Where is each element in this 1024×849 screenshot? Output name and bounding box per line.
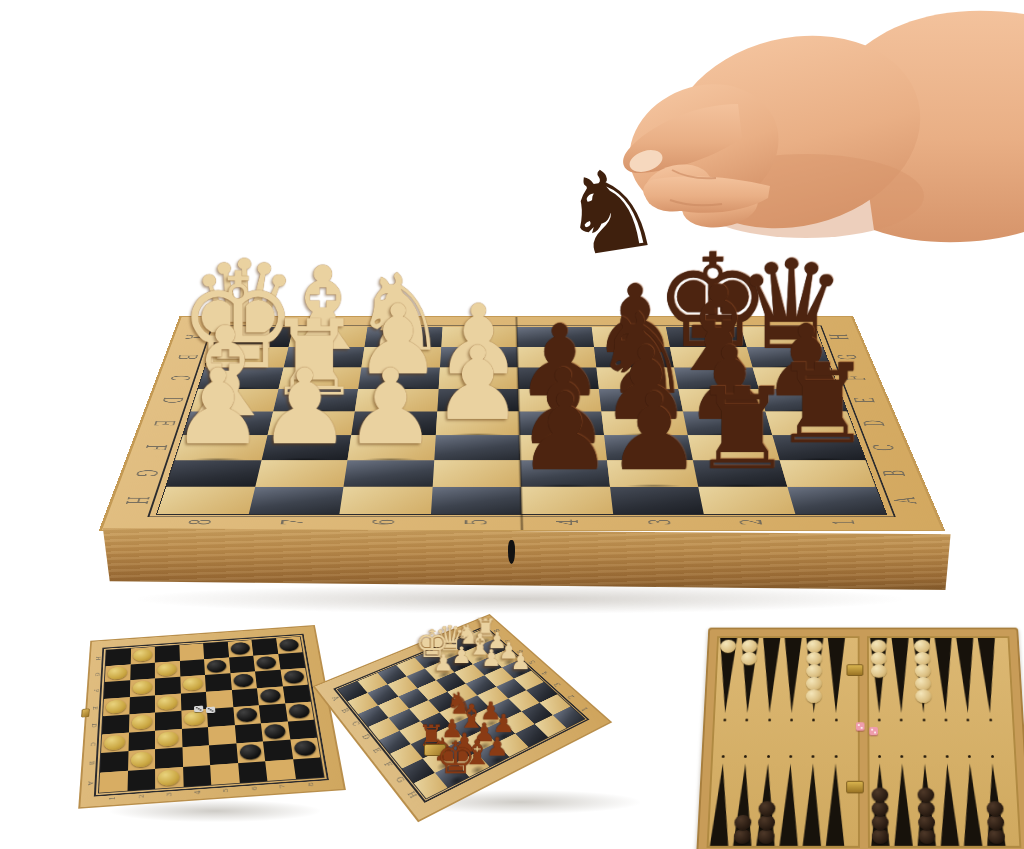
checker-piece-black	[256, 656, 277, 670]
board-front-rim	[96, 528, 954, 590]
board-square	[265, 759, 295, 781]
point-dot	[812, 755, 815, 758]
point-dot	[789, 755, 792, 758]
backgammon-point	[709, 764, 733, 846]
board-square	[103, 697, 129, 716]
board-square	[263, 740, 293, 761]
piece-shadow	[443, 651, 460, 661]
board-square	[765, 412, 856, 436]
backgammon-thumbnail	[696, 612, 1012, 838]
piece-shadow	[450, 713, 468, 725]
backgammon-checker-light	[806, 689, 822, 703]
coordinate-label: F	[840, 376, 872, 381]
board-square	[278, 652, 305, 670]
coordinate-label: 2	[565, 694, 575, 700]
board-square	[508, 690, 539, 711]
point-dot	[790, 719, 793, 722]
board-square: ♝	[283, 347, 364, 368]
chess-piece-light-pawn: ♟	[433, 651, 454, 674]
checker-piece-yellow	[183, 677, 203, 691]
main-chess-board: ♛♝♞♟♚♛♚♟♟♝♜♟♞♟♝♟♟♟♟♟♟♟♜♟♟♜87654321HGFEDC…	[102, 317, 942, 530]
coordinate-label: 8	[492, 628, 502, 633]
board-square	[428, 692, 459, 713]
piece-shadow	[537, 484, 594, 488]
backgammon-half	[707, 636, 860, 848]
hand-holding-knight: ♞	[552, 0, 1024, 285]
board-square: ♟	[518, 389, 601, 412]
board-square	[355, 389, 438, 412]
board-square	[526, 682, 557, 702]
brass-clasp	[81, 708, 90, 717]
chess-piece-light-bishop: ♝	[466, 629, 492, 658]
chess-piece-light-pawn: ♟	[451, 643, 471, 666]
backgammon-checker-light	[806, 664, 822, 677]
board-square	[259, 703, 287, 723]
board-square	[157, 487, 255, 515]
board-square	[181, 709, 208, 729]
coordinate-label: A	[86, 781, 95, 786]
checker-piece-black	[293, 740, 317, 756]
piece-shadow	[688, 365, 739, 368]
backgammon-point	[890, 638, 911, 713]
checker-piece-black	[230, 642, 250, 655]
chess-piece-light-pawn: ♟	[355, 291, 442, 388]
board-square: ♟	[175, 435, 267, 460]
board-square: ♟	[520, 460, 609, 486]
piece-shadow	[212, 387, 264, 390]
checker-piece-black	[239, 744, 262, 761]
coordinate-label: B	[172, 355, 203, 360]
checkers-thumbnail: 12345678ABCDEFGH	[88, 600, 338, 840]
piece-shadow	[702, 433, 757, 436]
coordinate-label: 2	[733, 519, 769, 525]
chess-piece-light-pawn: ♟	[481, 647, 501, 670]
board-square	[180, 692, 206, 711]
board-square	[209, 744, 238, 765]
chess-piece-dark-pawn: ♟	[600, 332, 691, 434]
checker-piece-yellow	[131, 751, 152, 768]
board-square: ♞	[361, 347, 440, 368]
board-square	[183, 765, 212, 787]
point-dot	[812, 719, 815, 722]
backgammon-checker-dark	[918, 815, 935, 830]
board-square	[155, 747, 183, 768]
chess-piece-dark-pawn: ♟	[606, 378, 702, 485]
piece-shadow	[424, 658, 441, 668]
board-square	[101, 732, 128, 753]
board-square: ♝	[674, 367, 758, 389]
coordinate-label: B	[339, 707, 350, 714]
board-square	[519, 412, 604, 436]
backgammon-checker-dark	[917, 788, 934, 803]
coordinate-label: B	[876, 470, 912, 476]
board-square	[466, 675, 496, 695]
backgammon-point	[977, 638, 1000, 713]
board-square	[236, 742, 265, 763]
backgammon-checker-light	[915, 677, 931, 690]
chess-piece-dark-rook: ♜	[773, 349, 872, 459]
board-square: ♞	[598, 389, 683, 412]
coordinate-label: B	[88, 761, 97, 766]
backgammon-checker-dark	[758, 801, 775, 816]
piece-shadow	[501, 657, 518, 667]
board-square	[155, 693, 181, 712]
die	[206, 706, 216, 713]
board-square	[417, 680, 447, 700]
board-square: ♟	[435, 412, 519, 436]
board-square	[596, 367, 679, 389]
board-square	[377, 665, 406, 684]
board-square	[517, 327, 594, 347]
board-square	[409, 700, 440, 721]
board-square	[227, 640, 253, 657]
checker-piece-yellow	[133, 649, 152, 662]
backgammon-checker-light	[871, 640, 887, 653]
coordinate-label: 7	[278, 784, 287, 788]
board-square: ♜	[772, 435, 866, 460]
board-square	[398, 688, 428, 709]
board-square	[155, 661, 180, 679]
board-square	[255, 670, 282, 688]
chess-piece-dark-knight: ♞	[592, 299, 692, 411]
coordinate-label: 3	[165, 792, 174, 796]
board-square	[368, 718, 399, 740]
backgammon-checker-light	[914, 664, 930, 677]
board-square: ♟	[443, 653, 472, 672]
board-square	[267, 412, 355, 436]
board-square: ♟	[520, 435, 607, 460]
board-square	[129, 679, 154, 697]
coordinate-label: H	[94, 656, 102, 660]
piece-shadow	[536, 458, 591, 461]
board-square	[368, 685, 398, 705]
board-square: ♟	[471, 708, 503, 730]
point-dot	[968, 755, 971, 758]
board-square: ♞	[440, 704, 471, 726]
backgammon-point	[801, 764, 823, 846]
point-dot	[991, 755, 994, 758]
board-square	[432, 460, 521, 486]
board-square	[518, 367, 599, 389]
board-square	[282, 685, 310, 704]
board-square	[779, 460, 875, 486]
backgammon-point	[782, 638, 803, 713]
coordinate-label: 8	[306, 782, 315, 786]
board-square	[437, 389, 519, 412]
board-square	[402, 758, 435, 783]
die	[856, 722, 865, 730]
board-square	[231, 688, 258, 707]
board-square	[490, 699, 521, 720]
board-square: ♟	[502, 660, 532, 679]
checker-piece-yellow	[158, 663, 178, 677]
board-square	[454, 664, 484, 683]
checker-piece-yellow	[158, 696, 178, 711]
coordinate-label: G	[393, 775, 405, 784]
coordinate-label: 3	[552, 682, 562, 688]
board-square	[344, 460, 434, 486]
board-square	[459, 695, 490, 716]
point-dot	[923, 755, 926, 758]
board-square	[351, 412, 437, 436]
piece-shadow	[363, 458, 419, 461]
board-square	[539, 694, 570, 715]
board-square	[515, 724, 547, 747]
chess-piece-dark-pawn: ♟	[516, 355, 610, 459]
board-square: ♟	[490, 649, 519, 667]
board-square: ♟	[261, 435, 351, 460]
coordinate-label: D	[90, 723, 99, 728]
coordinate-label: 5	[458, 519, 493, 525]
backgammon-checker-dark	[872, 788, 889, 803]
checker-piece-black	[283, 670, 305, 684]
board-square	[280, 668, 308, 686]
point-dot	[900, 719, 903, 722]
piece-shadow	[489, 646, 506, 656]
chess-piece-light-queen: ♛	[189, 243, 299, 366]
board-square	[379, 731, 411, 754]
board-square	[212, 327, 293, 347]
board-square	[191, 389, 278, 412]
board-square	[204, 657, 230, 675]
board-square	[278, 367, 361, 389]
board-square	[666, 327, 746, 347]
coordinate-label: E	[370, 747, 382, 755]
coordinate-label: E	[848, 397, 881, 402]
backgammon-checker-dark	[987, 815, 1005, 830]
backgammon-checker-dark	[986, 801, 1003, 816]
backgammon-board	[696, 628, 1024, 849]
backgammon-point	[826, 638, 846, 713]
coordinate-label: E	[148, 420, 181, 426]
board-square	[238, 761, 268, 783]
board-square	[210, 763, 239, 785]
chess-piece-dark-bishop: ♝	[665, 270, 770, 388]
backgammon-checker-dark	[872, 815, 889, 830]
piece-shadow	[454, 661, 471, 672]
piece-shadow	[615, 409, 668, 412]
board-square	[99, 771, 128, 793]
chess-thumbnail: ♚♛♞♜♟♟♝♟♟♟♟♞♜♟♝♟♞♟♟♟♚♝♟HGFEDCBA12345678	[340, 592, 700, 848]
backgammon-point	[937, 764, 960, 846]
backgammon-point	[759, 638, 781, 713]
coordinate-label: 7	[503, 638, 513, 643]
board-square	[434, 435, 520, 460]
board-square: ♟	[601, 412, 688, 436]
coordinate-label: G	[129, 470, 164, 477]
board-square	[447, 683, 477, 703]
board-square: ♝	[183, 412, 273, 436]
board-square	[129, 695, 155, 714]
coordinate-label: H	[824, 334, 855, 340]
piece-shadow	[460, 643, 477, 653]
piece-shadow	[495, 730, 514, 743]
board-square	[287, 719, 317, 739]
point-dot	[746, 719, 749, 722]
board-square: ♝	[461, 646, 490, 664]
point-dot	[878, 755, 881, 758]
checker-piece-yellow	[158, 769, 180, 786]
board-square	[496, 733, 529, 756]
board-square	[179, 659, 205, 677]
point-dot	[922, 719, 925, 722]
board-square	[396, 658, 425, 677]
coordinate-label: 6	[515, 649, 525, 655]
board-square	[521, 487, 613, 515]
board-square	[130, 647, 155, 664]
coordinate-label: E	[91, 706, 99, 710]
chess-piece-light-rook: ♜	[267, 306, 361, 411]
point-dot	[989, 719, 992, 722]
board-square: ♛	[746, 347, 830, 368]
backgammon-half	[867, 636, 1021, 848]
coordinate-label: 1	[108, 796, 117, 800]
piece-shadow	[482, 717, 500, 729]
board-square	[288, 327, 367, 347]
coordinate-label: G	[832, 354, 863, 359]
piece-shadow	[453, 387, 504, 390]
piece-shadow	[483, 665, 500, 676]
board-square	[339, 487, 432, 515]
board-square	[206, 690, 233, 709]
point-dot	[967, 719, 970, 722]
backgammon-checker-dark	[917, 801, 934, 816]
piece-shadow	[276, 458, 332, 461]
backgammon-checker-light	[914, 640, 930, 653]
piece-shadow	[534, 409, 587, 412]
board-square	[181, 727, 209, 747]
board-square	[234, 723, 263, 743]
coordinate-label: 5	[527, 659, 537, 665]
board-square	[128, 749, 156, 770]
board-square	[430, 487, 521, 515]
point-dot	[768, 719, 771, 722]
board-square	[166, 460, 261, 486]
checker-piece-black	[260, 688, 282, 703]
board-square	[610, 487, 704, 515]
board-square	[182, 745, 210, 766]
coordinate-label: 3	[642, 519, 678, 525]
coordinate-label: D	[156, 397, 189, 403]
board-square	[378, 696, 409, 717]
checker-piece-black	[264, 723, 287, 739]
chess-piece-light-pawn: ♟	[171, 355, 265, 459]
checker-piece-yellow	[184, 711, 205, 726]
board-square: ♟	[758, 389, 847, 412]
backgammon-checker-dark	[987, 829, 1005, 844]
backgammon-checker-light	[915, 689, 931, 703]
board-square	[517, 347, 596, 368]
piece-shadow	[794, 458, 850, 461]
chess-piece-dark-rook: ♜	[692, 372, 793, 485]
piece-shadow	[779, 409, 832, 412]
board-square	[293, 757, 324, 779]
backgammon-checker-dark	[758, 815, 775, 830]
board-square: ♟	[358, 367, 439, 389]
board-square	[406, 669, 436, 689]
backgammon-checker-dark	[872, 829, 889, 844]
board-square	[553, 706, 585, 728]
checker-piece-yellow	[104, 735, 125, 751]
checker-piece-black	[207, 659, 227, 673]
board-square	[128, 731, 155, 752]
backgammon-checker-light	[871, 664, 887, 677]
piece-shadow	[766, 365, 817, 368]
backgammon-checker-dark	[757, 829, 774, 844]
coordinate-label: 4	[193, 790, 202, 794]
board-square	[203, 642, 228, 659]
point-dot	[944, 719, 947, 722]
board-square: ♟	[607, 460, 699, 486]
piece-shadow	[471, 654, 488, 664]
board-square	[688, 435, 779, 460]
piece-shadow	[714, 484, 772, 488]
point-dot	[767, 755, 770, 758]
board-square: ♟	[347, 435, 435, 460]
piece-shadow	[219, 365, 270, 368]
point-dot	[834, 719, 837, 722]
small-chess-board: ♚♛♞♜♟♟♝♟♟♟♟♞♜♟♝♟♞♟♟♟♚♝♟HGFEDCBA12345678	[315, 615, 610, 820]
board-square: ♟	[425, 661, 454, 680]
coordinate-label: 6	[249, 786, 258, 790]
coordinate-label: C	[89, 742, 98, 747]
coordinate-label: A	[329, 695, 340, 702]
coordinate-label: G	[93, 672, 101, 676]
backgammon-point	[892, 764, 914, 846]
coordinate-label: 4	[539, 670, 549, 676]
piece-shadow	[372, 387, 423, 390]
die	[194, 705, 203, 712]
chess-piece-dark-pawn: ♟	[492, 711, 514, 736]
board-square	[248, 487, 343, 515]
board-square	[155, 645, 180, 662]
chess-piece-light-pawn: ♟	[432, 332, 523, 434]
coordinate-label: D	[360, 733, 372, 741]
coordinate-label: 5	[221, 788, 230, 792]
board-square	[591, 327, 670, 347]
checkers-board: 12345678ABCDEFGH	[80, 626, 343, 807]
checker-piece-black	[288, 704, 311, 719]
board-square	[484, 667, 514, 687]
board-square	[387, 676, 417, 696]
checker-piece-yellow	[132, 681, 152, 695]
piece-shadow	[450, 433, 504, 436]
board-square	[253, 654, 280, 672]
board-square	[478, 687, 509, 708]
coordinate-label: 2	[137, 794, 146, 798]
chess-piece-light-bishop: ♝	[271, 252, 374, 367]
board-square: ♞	[450, 635, 478, 653]
chess-piece-dark-pawn: ♟	[684, 332, 775, 434]
backgammon-point	[933, 638, 955, 713]
board-square	[514, 671, 544, 691]
coordinate-label: C	[164, 375, 196, 380]
piece-shadow	[297, 365, 348, 368]
board-square	[389, 709, 420, 731]
brass-hinge	[846, 664, 863, 676]
checker-piece-yellow	[131, 715, 152, 730]
backgammon-checker-dark	[918, 829, 935, 844]
coordinate-label: 1	[579, 706, 590, 713]
piece-shadow	[435, 669, 452, 680]
coordinate-label: A	[887, 497, 924, 504]
board-square	[787, 487, 886, 515]
piece-shadow	[190, 458, 246, 461]
board-square: ♜	[468, 628, 496, 645]
piece-shadow	[610, 365, 660, 368]
board-square	[233, 705, 261, 725]
die	[869, 727, 878, 735]
